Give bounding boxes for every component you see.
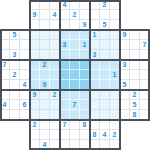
cell-r9c12[interactable] <box>120 90 130 100</box>
cell-r9c4[interactable] <box>40 90 50 100</box>
cell-r13c9: 8 <box>90 130 100 140</box>
grid-border-h-bottom-0 <box>30 59 120 61</box>
grid-border-h-top-0 <box>30 0 120 2</box>
cell-r4c7[interactable] <box>70 40 80 50</box>
cell-r10c10[interactable] <box>100 100 110 110</box>
cell-r6c13[interactable] <box>130 60 140 70</box>
cell-r7c1: 2 <box>10 70 20 80</box>
cell-r1c7: 2 <box>70 10 80 20</box>
flower-sudoku-board: 42942955193173372321495922467582788424 <box>0 0 150 150</box>
cell-r13c3[interactable] <box>30 130 40 140</box>
cell-r10c9[interactable] <box>90 100 100 110</box>
cell-r10c12[interactable] <box>120 100 130 110</box>
cell-r6c10[interactable] <box>100 60 110 70</box>
cell-r3c6[interactable] <box>60 30 70 40</box>
cell-r3c1: 5 <box>10 30 20 40</box>
grid-border-h-bottom-1 <box>30 89 120 91</box>
cell-r3c4[interactable] <box>40 30 50 40</box>
cell-r6c3[interactable] <box>30 60 40 70</box>
grid-border-v-bottom-0 <box>29 60 31 150</box>
cell-r4c6: 3 <box>60 40 70 50</box>
grid-border-v-bottom-1 <box>59 60 61 150</box>
cell-r7c10[interactable] <box>100 70 110 80</box>
cell-r1c4[interactable] <box>40 10 50 20</box>
cell-r7c13[interactable] <box>130 70 140 80</box>
cell-r12c7[interactable] <box>70 120 80 130</box>
cell-r4c1[interactable] <box>10 40 20 50</box>
cell-r3c13[interactable] <box>130 30 140 40</box>
cell-r9c1[interactable] <box>10 90 20 100</box>
cell-r3c10[interactable] <box>100 30 110 40</box>
cell-r7c3[interactable] <box>30 70 40 80</box>
cell-r12c6: 7 <box>60 120 70 130</box>
cell-r4c9[interactable] <box>90 40 100 50</box>
cell-r4c3[interactable] <box>30 40 40 50</box>
grid-border-h-right-0 <box>60 29 150 31</box>
cell-r7c12[interactable] <box>120 70 130 80</box>
cell-r7c6[interactable] <box>60 70 70 80</box>
cell-r13c6[interactable] <box>60 130 70 140</box>
cell-r4c13[interactable] <box>130 40 140 50</box>
cell-r12c10[interactable] <box>100 120 110 130</box>
cell-r6c12: 3 <box>120 60 130 70</box>
cell-r6c1[interactable] <box>10 60 20 70</box>
cell-r9c6[interactable] <box>60 90 70 100</box>
cell-r1c9[interactable] <box>90 10 100 20</box>
cell-r13c7[interactable] <box>70 130 80 140</box>
cell-r6c9[interactable] <box>90 60 100 70</box>
cell-r3c12: 9 <box>120 30 130 40</box>
cell-r12c3: 2 <box>30 120 40 130</box>
grid-border-v-right-3 <box>148 30 150 120</box>
cell-r9c3: 9 <box>30 90 40 100</box>
cell-r3c3[interactable] <box>30 30 40 40</box>
cell-r10c4[interactable] <box>40 100 50 110</box>
cell-r9c9[interactable] <box>90 90 100 100</box>
cell-r12c4[interactable] <box>40 120 50 130</box>
cell-r3c7[interactable] <box>70 30 80 40</box>
cell-r9c7[interactable] <box>70 90 80 100</box>
cell-r10c3[interactable] <box>30 100 40 110</box>
cell-r9c13: 2 <box>130 90 140 100</box>
grid-border-v-bottom-3 <box>119 60 121 150</box>
cell-r3c9: 1 <box>90 30 100 40</box>
cell-r4c12[interactable] <box>120 40 130 50</box>
cell-r13c10: 4 <box>100 130 110 140</box>
grid-border-h-bottom-3 <box>30 148 120 150</box>
cell-r9c10[interactable] <box>100 90 110 100</box>
cell-r1c10[interactable] <box>100 10 110 20</box>
cell-r7c7[interactable] <box>70 70 80 80</box>
cell-r6c6[interactable] <box>60 60 70 70</box>
cell-r4c10[interactable] <box>100 40 110 50</box>
grid-border-h-bottom-2 <box>30 119 120 121</box>
cell-r6c4: 2 <box>40 60 50 70</box>
cell-r7c9[interactable] <box>90 70 100 80</box>
cell-r10c1[interactable] <box>10 100 20 110</box>
cell-r10c13: 5 <box>130 100 140 110</box>
cell-r1c6[interactable] <box>60 10 70 20</box>
cell-r4c4[interactable] <box>40 40 50 50</box>
grid-border-v-left-0 <box>0 30 2 120</box>
grid-border-v-bottom-2 <box>89 60 91 150</box>
cell-r1c3: 9 <box>30 10 40 20</box>
cell-r12c9[interactable] <box>90 120 100 130</box>
cell-r13c4[interactable] <box>40 130 50 140</box>
cell-r7c4[interactable] <box>40 70 50 80</box>
cell-r6c7[interactable] <box>70 60 80 70</box>
cell-r10c6[interactable] <box>60 100 70 110</box>
cell-r10c7: 7 <box>70 100 80 110</box>
